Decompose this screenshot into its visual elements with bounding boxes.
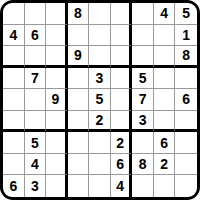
cell-r6c8[interactable] (154, 111, 176, 133)
cell-r1c6[interactable] (111, 3, 133, 25)
cell-r8c9[interactable] (175, 154, 197, 176)
cell-r6c4[interactable] (68, 111, 90, 133)
cell-r1c8[interactable]: 4 (154, 3, 176, 25)
cell-r4c9[interactable] (175, 68, 197, 90)
cell-r1c3[interactable] (46, 3, 68, 25)
cell-r2c5[interactable] (89, 25, 111, 47)
cell-r4c1[interactable] (3, 68, 25, 90)
cell-r3c2[interactable] (25, 46, 47, 68)
cell-r4c6[interactable] (111, 68, 133, 90)
cell-r3c7[interactable] (132, 46, 154, 68)
sudoku-board: 845461987359576235264682634 (0, 0, 200, 200)
cell-r2c2[interactable]: 6 (25, 25, 47, 47)
cell-r3c3[interactable] (46, 46, 68, 68)
cell-r9c7[interactable] (132, 175, 154, 197)
cell-r6c7[interactable]: 3 (132, 111, 154, 133)
cell-r8c5[interactable] (89, 154, 111, 176)
cell-r1c2[interactable] (25, 3, 47, 25)
cell-r1c5[interactable] (89, 3, 111, 25)
cell-r2c8[interactable] (154, 25, 176, 47)
cell-r9c3[interactable] (46, 175, 68, 197)
cell-r9c6[interactable]: 4 (111, 175, 133, 197)
cell-r1c1[interactable] (3, 3, 25, 25)
sudoku-grid: 845461987359576235264682634 (3, 3, 197, 197)
cell-r4c4[interactable] (68, 68, 90, 90)
cell-r8c1[interactable] (3, 154, 25, 176)
cell-r9c1[interactable]: 6 (3, 175, 25, 197)
cell-r7c7[interactable] (132, 132, 154, 154)
cell-r4c2[interactable]: 7 (25, 68, 47, 90)
cell-r8c6[interactable]: 6 (111, 154, 133, 176)
cell-r3c1[interactable] (3, 46, 25, 68)
cell-r5c5[interactable]: 5 (89, 89, 111, 111)
cell-r8c7[interactable]: 8 (132, 154, 154, 176)
cell-r5c4[interactable] (68, 89, 90, 111)
cell-r4c8[interactable] (154, 68, 176, 90)
cell-r5c2[interactable] (25, 89, 47, 111)
cell-r3c9[interactable]: 8 (175, 46, 197, 68)
cell-r4c5[interactable]: 3 (89, 68, 111, 90)
cell-r5c6[interactable] (111, 89, 133, 111)
cell-r8c4[interactable] (68, 154, 90, 176)
cell-r9c5[interactable] (89, 175, 111, 197)
cell-r3c6[interactable] (111, 46, 133, 68)
cell-r7c9[interactable] (175, 132, 197, 154)
cell-r3c4[interactable]: 9 (68, 46, 90, 68)
cell-r7c3[interactable] (46, 132, 68, 154)
cell-r6c1[interactable] (3, 111, 25, 133)
cell-r7c2[interactable]: 5 (25, 132, 47, 154)
cell-r9c9[interactable] (175, 175, 197, 197)
cell-r6c3[interactable] (46, 111, 68, 133)
cell-r4c3[interactable] (46, 68, 68, 90)
cell-r3c8[interactable] (154, 46, 176, 68)
cell-r3c5[interactable] (89, 46, 111, 68)
cell-r7c6[interactable]: 2 (111, 132, 133, 154)
cell-r8c2[interactable]: 4 (25, 154, 47, 176)
cell-r6c9[interactable] (175, 111, 197, 133)
cell-r6c5[interactable]: 2 (89, 111, 111, 133)
cell-r6c6[interactable] (111, 111, 133, 133)
cell-r9c2[interactable]: 3 (25, 175, 47, 197)
cell-r2c7[interactable] (132, 25, 154, 47)
cell-r7c5[interactable] (89, 132, 111, 154)
cell-r6c2[interactable] (25, 111, 47, 133)
cell-r2c9[interactable]: 1 (175, 25, 197, 47)
cell-r9c4[interactable] (68, 175, 90, 197)
cell-r8c8[interactable]: 2 (154, 154, 176, 176)
cell-r2c4[interactable] (68, 25, 90, 47)
cell-r2c3[interactable] (46, 25, 68, 47)
cell-r5c7[interactable]: 7 (132, 89, 154, 111)
cell-r9c8[interactable] (154, 175, 176, 197)
cell-r2c1[interactable]: 4 (3, 25, 25, 47)
cell-r2c6[interactable] (111, 25, 133, 47)
cell-r1c7[interactable] (132, 3, 154, 25)
cell-r5c1[interactable] (3, 89, 25, 111)
cell-r1c9[interactable]: 5 (175, 3, 197, 25)
cell-r5c8[interactable] (154, 89, 176, 111)
cell-r5c3[interactable]: 9 (46, 89, 68, 111)
cell-r7c4[interactable] (68, 132, 90, 154)
cell-r1c4[interactable]: 8 (68, 3, 90, 25)
cell-r7c8[interactable]: 6 (154, 132, 176, 154)
cell-r4c7[interactable]: 5 (132, 68, 154, 90)
cell-r8c3[interactable] (46, 154, 68, 176)
cell-r7c1[interactable] (3, 132, 25, 154)
cell-r5c9[interactable]: 6 (175, 89, 197, 111)
